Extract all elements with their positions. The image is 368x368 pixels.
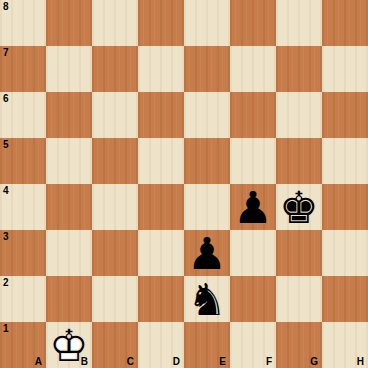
- rank-label-6: 6: [3, 93, 9, 105]
- square-b7[interactable]: [46, 46, 92, 92]
- file-label-a: A: [35, 356, 42, 367]
- rank-label-2: 2: [3, 277, 9, 289]
- square-d6[interactable]: [138, 92, 184, 138]
- square-h5[interactable]: [322, 138, 368, 184]
- square-h6[interactable]: [322, 92, 368, 138]
- file-label-f: F: [266, 356, 272, 367]
- square-a4[interactable]: 4: [0, 184, 46, 230]
- file-label-d: D: [173, 356, 180, 367]
- square-f6[interactable]: [230, 92, 276, 138]
- rank-label-4: 4: [3, 185, 9, 197]
- square-h2[interactable]: [322, 276, 368, 322]
- square-e1[interactable]: E: [184, 322, 230, 368]
- square-d2[interactable]: [138, 276, 184, 322]
- square-f3[interactable]: [230, 230, 276, 276]
- rank-label-8: 8: [3, 1, 9, 13]
- chess-diagram: 87654♟♚3♟2♞1AB♚♔CDEFGH: [0, 0, 368, 368]
- square-g5[interactable]: [276, 138, 322, 184]
- rank-label-3: 3: [3, 231, 9, 243]
- square-f1[interactable]: F: [230, 322, 276, 368]
- square-f5[interactable]: [230, 138, 276, 184]
- square-a3[interactable]: 3: [0, 230, 46, 276]
- square-c2[interactable]: [92, 276, 138, 322]
- king-glyph: ♚: [276, 185, 322, 231]
- rank-label-7: 7: [3, 47, 9, 59]
- square-f4[interactable]: ♟: [230, 184, 276, 230]
- square-g3[interactable]: [276, 230, 322, 276]
- square-d7[interactable]: [138, 46, 184, 92]
- file-label-b: B: [81, 356, 88, 367]
- square-g7[interactable]: [276, 46, 322, 92]
- pawn-glyph: ♟: [230, 185, 276, 231]
- square-g1[interactable]: G: [276, 322, 322, 368]
- square-h3[interactable]: [322, 230, 368, 276]
- square-h8[interactable]: [322, 0, 368, 46]
- piece-black-knight[interactable]: ♞: [184, 276, 230, 322]
- square-f8[interactable]: [230, 0, 276, 46]
- chess-board: 87654♟♚3♟2♞1AB♚♔CDEFGH: [0, 0, 368, 368]
- square-g8[interactable]: [276, 0, 322, 46]
- square-e8[interactable]: [184, 0, 230, 46]
- square-b3[interactable]: [46, 230, 92, 276]
- square-c1[interactable]: C: [92, 322, 138, 368]
- file-label-e: E: [219, 356, 226, 367]
- file-label-c: C: [127, 356, 134, 367]
- pawn-glyph: ♟: [184, 231, 230, 277]
- file-label-h: H: [357, 356, 364, 367]
- square-d3[interactable]: [138, 230, 184, 276]
- square-c7[interactable]: [92, 46, 138, 92]
- square-e7[interactable]: [184, 46, 230, 92]
- rank-label-1: 1: [3, 323, 9, 335]
- square-d1[interactable]: D: [138, 322, 184, 368]
- square-a8[interactable]: 8: [0, 0, 46, 46]
- square-h4[interactable]: [322, 184, 368, 230]
- square-b6[interactable]: [46, 92, 92, 138]
- square-g4[interactable]: ♚: [276, 184, 322, 230]
- square-b5[interactable]: [46, 138, 92, 184]
- piece-black-king[interactable]: ♚: [276, 184, 322, 230]
- square-a7[interactable]: 7: [0, 46, 46, 92]
- square-a1[interactable]: 1A: [0, 322, 46, 368]
- square-e4[interactable]: [184, 184, 230, 230]
- square-g6[interactable]: [276, 92, 322, 138]
- square-e3[interactable]: ♟: [184, 230, 230, 276]
- square-c5[interactable]: [92, 138, 138, 184]
- square-d5[interactable]: [138, 138, 184, 184]
- square-c6[interactable]: [92, 92, 138, 138]
- square-a6[interactable]: 6: [0, 92, 46, 138]
- square-g2[interactable]: [276, 276, 322, 322]
- square-c8[interactable]: [92, 0, 138, 46]
- square-b4[interactable]: [46, 184, 92, 230]
- square-d4[interactable]: [138, 184, 184, 230]
- knight-glyph: ♞: [184, 277, 230, 323]
- piece-black-pawn[interactable]: ♟: [230, 184, 276, 230]
- square-f7[interactable]: [230, 46, 276, 92]
- square-b1[interactable]: B♚♔: [46, 322, 92, 368]
- square-b8[interactable]: [46, 0, 92, 46]
- square-a5[interactable]: 5: [0, 138, 46, 184]
- square-h1[interactable]: H: [322, 322, 368, 368]
- square-a2[interactable]: 2: [0, 276, 46, 322]
- piece-black-pawn[interactable]: ♟: [184, 230, 230, 276]
- square-e2[interactable]: ♞: [184, 276, 230, 322]
- square-b2[interactable]: [46, 276, 92, 322]
- square-d8[interactable]: [138, 0, 184, 46]
- square-h7[interactable]: [322, 46, 368, 92]
- square-c3[interactable]: [92, 230, 138, 276]
- rank-label-5: 5: [3, 139, 9, 151]
- file-label-g: G: [310, 356, 318, 367]
- square-e5[interactable]: [184, 138, 230, 184]
- square-f2[interactable]: [230, 276, 276, 322]
- square-c4[interactable]: [92, 184, 138, 230]
- square-e6[interactable]: [184, 92, 230, 138]
